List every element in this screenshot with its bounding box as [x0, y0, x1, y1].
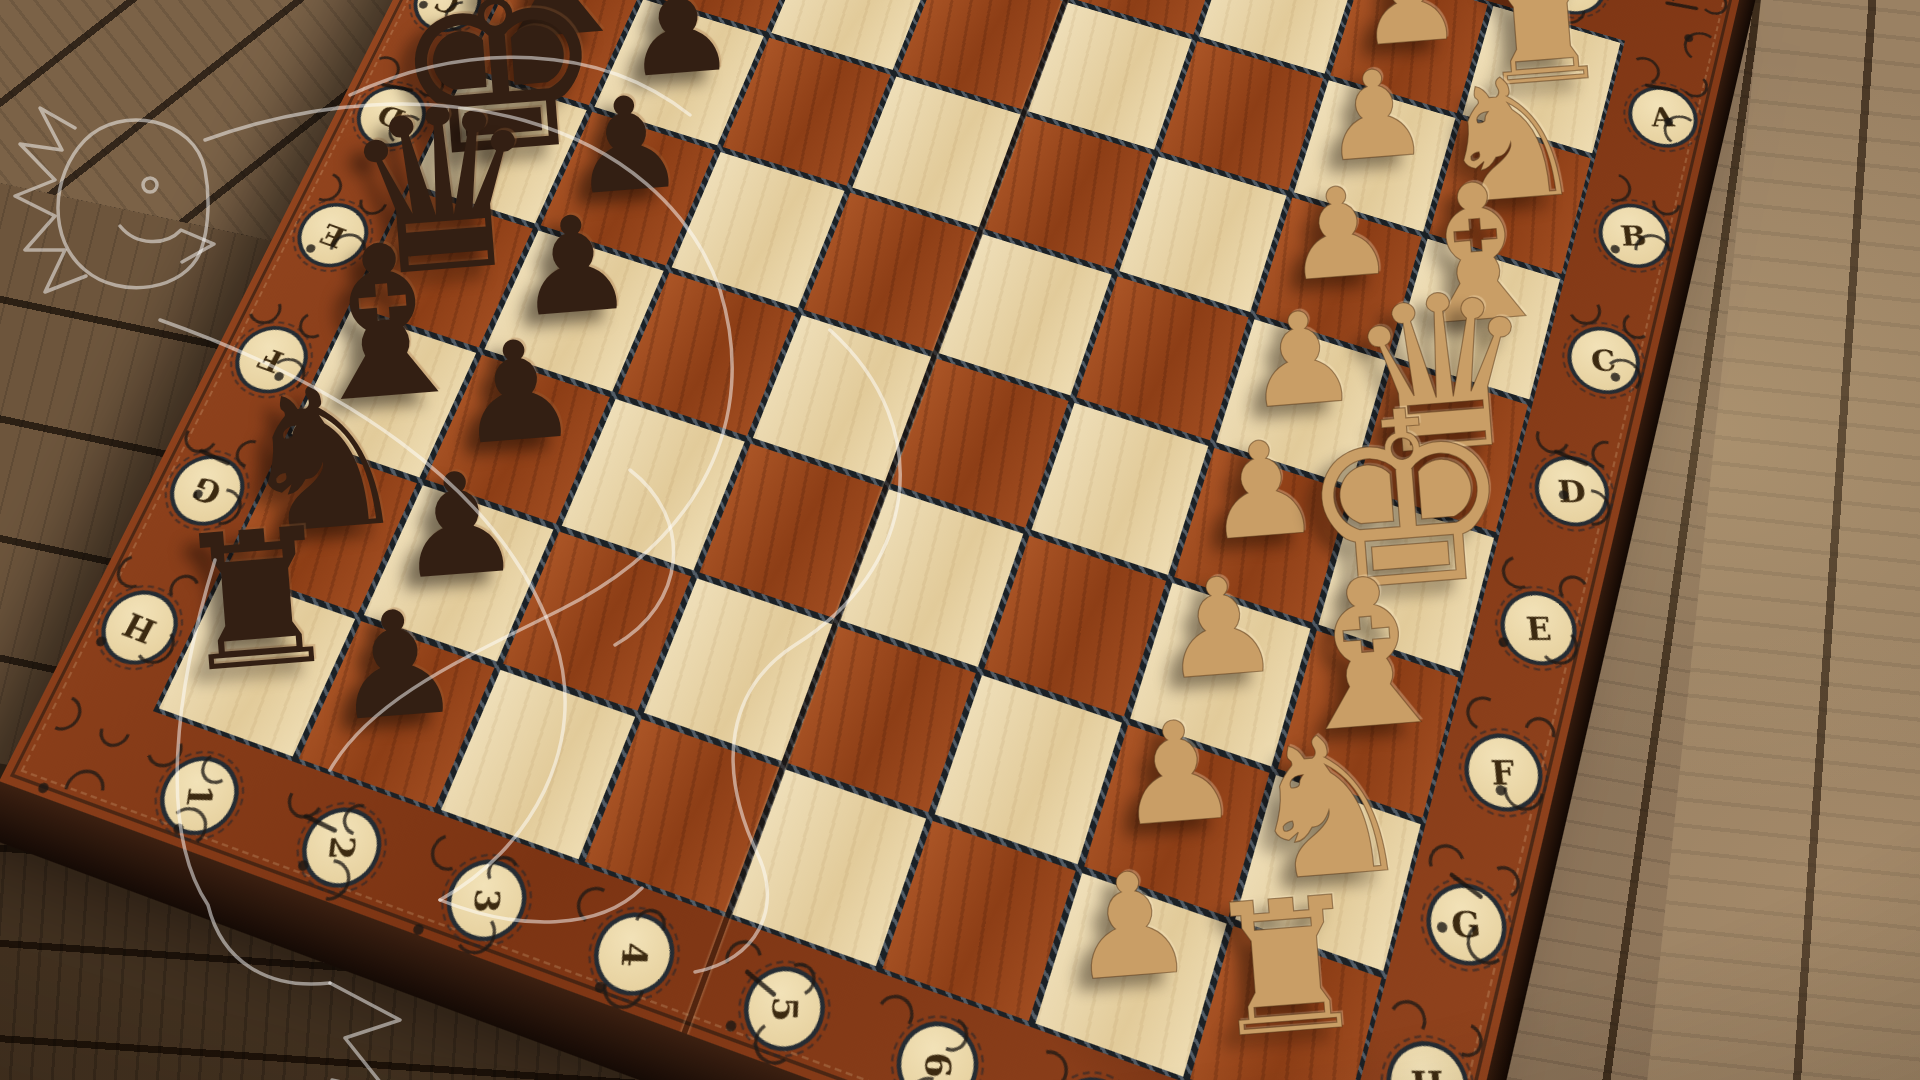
- light-pawn-h7[interactable]: ♟: [1062, 850, 1201, 1002]
- light-rook-h8[interactable]: ♜: [1197, 871, 1374, 1066]
- light-pawn-f7[interactable]: ♟: [1155, 557, 1286, 700]
- dark-pawn-h2[interactable]: ♟: [326, 588, 467, 743]
- dark-rook-h1[interactable]: ♜: [166, 502, 348, 701]
- photo-scene: AA11BB22CC33DD44EE55FF66GG77HH88 ♝♚♛♝♞♜♟…: [0, 0, 1920, 1080]
- light-pawn-g7[interactable]: ♟: [1109, 700, 1243, 848]
